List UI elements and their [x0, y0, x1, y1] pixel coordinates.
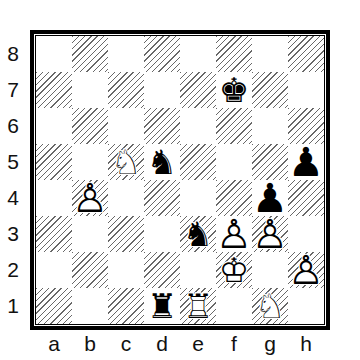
file-label-e: e: [180, 330, 216, 358]
piece-glyph: ♔: [216, 252, 252, 288]
square-h8[interactable]: [288, 36, 324, 72]
square-e1[interactable]: ♜♖: [180, 288, 216, 324]
black-pawn-h5: ♟♟: [288, 144, 324, 180]
file-label-b: b: [72, 330, 108, 358]
file-label-g: g: [252, 330, 288, 358]
square-a1[interactable]: [36, 288, 72, 324]
black-king-f7: ♚♚: [216, 72, 252, 108]
piece-glyph: ♟: [288, 144, 324, 180]
rank-label-3: 3: [0, 216, 26, 252]
square-a8[interactable]: [36, 36, 72, 72]
square-b1[interactable]: [72, 288, 108, 324]
file-label-d: d: [144, 330, 180, 358]
piece-glyph: ♙: [288, 252, 324, 288]
piece-glyph: ♙: [216, 216, 252, 252]
square-g6[interactable]: [252, 108, 288, 144]
square-c3[interactable]: [108, 216, 144, 252]
square-d8[interactable]: [144, 36, 180, 72]
white-knight-g1: ♞♘: [252, 288, 288, 324]
square-h1[interactable]: [288, 288, 324, 324]
square-e7[interactable]: [180, 72, 216, 108]
file-label-h: h: [288, 330, 324, 358]
square-f1[interactable]: [216, 288, 252, 324]
square-d1[interactable]: ♜♜: [144, 288, 180, 324]
chess-board: ♚♚♞♘♞♞♟♟♟♙♟♟♞♞♟♙♟♙♚♔♟♙♜♜♜♖♞♘: [36, 36, 324, 324]
square-c7[interactable]: [108, 72, 144, 108]
square-f3[interactable]: ♟♙: [216, 216, 252, 252]
square-d4[interactable]: [144, 180, 180, 216]
square-a6[interactable]: [36, 108, 72, 144]
square-b3[interactable]: [72, 216, 108, 252]
piece-glyph: ♘: [108, 144, 144, 180]
square-h4[interactable]: [288, 180, 324, 216]
square-e8[interactable]: [180, 36, 216, 72]
file-label-a: a: [36, 330, 72, 358]
square-a5[interactable]: [36, 144, 72, 180]
rank-label-5: 5: [0, 144, 26, 180]
white-pawn-h2: ♟♙: [288, 252, 324, 288]
square-g2[interactable]: [252, 252, 288, 288]
square-b8[interactable]: [72, 36, 108, 72]
square-e4[interactable]: [180, 180, 216, 216]
chess-diagram: 87654321 ♚♚♞♘♞♞♟♟♟♙♟♟♞♞♟♙♟♙♚♔♟♙♜♜♜♖♞♘ ab…: [0, 0, 360, 360]
square-c1[interactable]: [108, 288, 144, 324]
black-rook-d1: ♜♜: [144, 288, 180, 324]
square-f7[interactable]: ♚♚: [216, 72, 252, 108]
square-g1[interactable]: ♞♘: [252, 288, 288, 324]
rank-label-6: 6: [0, 108, 26, 144]
piece-glyph: ♖: [180, 288, 216, 324]
square-d6[interactable]: [144, 108, 180, 144]
black-knight-e3: ♞♞: [180, 216, 216, 252]
square-g7[interactable]: [252, 72, 288, 108]
white-pawn-b4: ♟♙: [72, 180, 108, 216]
square-e5[interactable]: [180, 144, 216, 180]
piece-glyph: ♘: [252, 288, 288, 324]
piece-glyph: ♞: [144, 144, 180, 180]
white-knight-c5: ♞♘: [108, 144, 144, 180]
square-g3[interactable]: ♟♙: [252, 216, 288, 252]
square-e2[interactable]: [180, 252, 216, 288]
square-a3[interactable]: [36, 216, 72, 252]
square-a4[interactable]: [36, 180, 72, 216]
file-labels: abcdefgh: [36, 330, 324, 358]
square-b2[interactable]: [72, 252, 108, 288]
rank-label-2: 2: [0, 252, 26, 288]
rank-label-1: 1: [0, 288, 26, 324]
square-c8[interactable]: [108, 36, 144, 72]
square-a7[interactable]: [36, 72, 72, 108]
file-label-c: c: [108, 330, 144, 358]
square-h5[interactable]: ♟♟: [288, 144, 324, 180]
rank-label-4: 4: [0, 180, 26, 216]
square-f8[interactable]: [216, 36, 252, 72]
rank-labels: 87654321: [0, 36, 26, 324]
square-d7[interactable]: [144, 72, 180, 108]
rank-label-8: 8: [0, 36, 26, 72]
square-g8[interactable]: [252, 36, 288, 72]
file-label-f: f: [216, 330, 252, 358]
square-b7[interactable]: [72, 72, 108, 108]
square-e3[interactable]: ♞♞: [180, 216, 216, 252]
square-c5[interactable]: ♞♘: [108, 144, 144, 180]
square-c2[interactable]: [108, 252, 144, 288]
white-rook-e1: ♜♖: [180, 288, 216, 324]
square-f6[interactable]: [216, 108, 252, 144]
board-frame: ♚♚♞♘♞♞♟♟♟♙♟♟♞♞♟♙♟♙♚♔♟♙♜♜♜♖♞♘: [30, 30, 330, 330]
piece-glyph: ♙: [252, 216, 288, 252]
square-e6[interactable]: [180, 108, 216, 144]
piece-glyph: ♜: [144, 288, 180, 324]
square-h7[interactable]: [288, 72, 324, 108]
square-h2[interactable]: ♟♙: [288, 252, 324, 288]
white-pawn-g3: ♟♙: [252, 216, 288, 252]
white-pawn-f3: ♟♙: [216, 216, 252, 252]
black-knight-d5: ♞♞: [144, 144, 180, 180]
piece-glyph: ♚: [216, 72, 252, 108]
square-a2[interactable]: [36, 252, 72, 288]
piece-glyph: ♞: [180, 216, 216, 252]
square-c4[interactable]: [108, 180, 144, 216]
square-f5[interactable]: [216, 144, 252, 180]
board-inner-border: ♚♚♞♘♞♞♟♟♟♙♟♟♞♞♟♙♟♙♚♔♟♙♜♜♜♖♞♘: [35, 35, 325, 325]
square-b6[interactable]: [72, 108, 108, 144]
square-d2[interactable]: [144, 252, 180, 288]
square-d5[interactable]: ♞♞: [144, 144, 180, 180]
rank-label-7: 7: [0, 72, 26, 108]
square-c6[interactable]: [108, 108, 144, 144]
piece-glyph: ♙: [72, 180, 108, 216]
square-d3[interactable]: [144, 216, 180, 252]
square-b4[interactable]: ♟♙: [72, 180, 108, 216]
white-king-f2: ♚♔: [216, 252, 252, 288]
square-f2[interactable]: ♚♔: [216, 252, 252, 288]
